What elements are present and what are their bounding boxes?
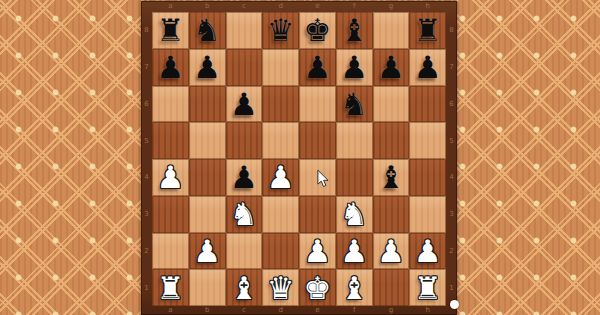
piece-white-bishop[interactable]: ♝ <box>340 270 368 306</box>
rank-label-8: 8 <box>446 12 457 49</box>
rank-label-5: 5 <box>446 122 457 159</box>
square-b8[interactable]: ♞ <box>189 12 226 49</box>
piece-black-pawn[interactable]: ♟ <box>303 49 331 85</box>
square-e3[interactable] <box>299 196 336 233</box>
rank-label-3: 3 <box>141 196 152 233</box>
square-e7[interactable]: ♟ <box>299 49 336 86</box>
piece-white-pawn[interactable]: ♟ <box>340 233 368 269</box>
square-g1[interactable] <box>373 269 410 306</box>
square-d6[interactable] <box>262 86 299 123</box>
file-label-c: c <box>226 305 263 315</box>
square-d4[interactable]: ♟ <box>262 159 299 196</box>
square-b3[interactable] <box>189 196 226 233</box>
rank-label-2: 2 <box>446 233 457 270</box>
rank-label-6: 6 <box>141 86 152 123</box>
square-d1[interactable]: ♛ <box>262 269 299 306</box>
piece-white-pawn[interactable]: ♟ <box>193 233 221 269</box>
square-a4[interactable]: ♟ <box>152 159 189 196</box>
rank-labels-right: 87654321 <box>446 12 457 306</box>
piece-white-rook[interactable]: ♜ <box>156 270 184 306</box>
square-e1[interactable]: ♚ <box>299 269 336 306</box>
piece-white-king[interactable]: ♚ <box>303 270 331 306</box>
square-e8[interactable]: ♚ <box>299 12 336 49</box>
piece-black-pawn[interactable]: ♟ <box>340 49 368 85</box>
file-label-f: f <box>336 1 373 11</box>
piece-white-pawn[interactable]: ♟ <box>303 233 331 269</box>
rank-label-6: 6 <box>446 86 457 123</box>
white-to-move-indicator <box>450 300 459 309</box>
piece-black-king[interactable]: ♚ <box>303 12 331 48</box>
piece-black-queen[interactable]: ♛ <box>267 12 295 48</box>
piece-white-pawn[interactable]: ♟ <box>377 233 405 269</box>
square-a8[interactable]: ♜ <box>152 12 189 49</box>
square-g2[interactable]: ♟ <box>373 233 410 270</box>
file-label-e: e <box>299 305 336 315</box>
square-g7[interactable]: ♟ <box>373 49 410 86</box>
square-h3[interactable] <box>409 196 446 233</box>
square-c1[interactable]: ♝ <box>226 269 263 306</box>
file-label-e: e <box>299 1 336 11</box>
piece-white-knight[interactable]: ♞ <box>340 196 368 232</box>
file-labels-top: abcdefgh <box>152 1 446 11</box>
piece-black-knight[interactable]: ♞ <box>340 86 368 122</box>
piece-black-pawn[interactable]: ♟ <box>230 159 258 195</box>
square-d3[interactable] <box>262 196 299 233</box>
file-label-d: d <box>262 1 299 11</box>
file-label-g: g <box>373 305 410 315</box>
file-labels-bottom: abcdefgh <box>152 305 446 315</box>
piece-white-pawn[interactable]: ♟ <box>414 233 442 269</box>
file-label-b: b <box>189 1 226 11</box>
square-c6[interactable]: ♟ <box>226 86 263 123</box>
square-h5[interactable] <box>409 122 446 159</box>
square-h8[interactable]: ♜ <box>409 12 446 49</box>
file-label-c: c <box>226 1 263 11</box>
rank-label-7: 7 <box>141 49 152 86</box>
piece-black-pawn[interactable]: ♟ <box>414 49 442 85</box>
square-a1[interactable]: ♜ <box>152 269 189 306</box>
square-h6[interactable] <box>409 86 446 123</box>
file-label-g: g <box>373 1 410 11</box>
square-a7[interactable]: ♟ <box>152 49 189 86</box>
square-c3[interactable]: ♞ <box>226 196 263 233</box>
square-g8[interactable] <box>373 12 410 49</box>
square-d7[interactable] <box>262 49 299 86</box>
file-label-d: d <box>262 305 299 315</box>
square-a2[interactable] <box>152 233 189 270</box>
square-h2[interactable]: ♟ <box>409 233 446 270</box>
piece-black-bishop[interactable]: ♝ <box>340 12 368 48</box>
square-g6[interactable] <box>373 86 410 123</box>
square-b7[interactable]: ♟ <box>189 49 226 86</box>
square-g5[interactable] <box>373 122 410 159</box>
square-f5[interactable] <box>336 122 373 159</box>
square-e6[interactable] <box>299 86 336 123</box>
square-f3[interactable]: ♞ <box>336 196 373 233</box>
piece-black-pawn[interactable]: ♟ <box>377 49 405 85</box>
file-label-f: f <box>336 305 373 315</box>
square-a3[interactable] <box>152 196 189 233</box>
square-h1[interactable]: ♜ <box>409 269 446 306</box>
piece-white-queen[interactable]: ♛ <box>267 270 295 306</box>
rank-label-3: 3 <box>446 196 457 233</box>
square-f4[interactable] <box>336 159 373 196</box>
file-label-a: a <box>152 1 189 11</box>
square-c7[interactable] <box>226 49 263 86</box>
piece-black-knight[interactable]: ♞ <box>193 12 221 48</box>
square-b6[interactable] <box>189 86 226 123</box>
piece-black-rook[interactable]: ♜ <box>414 12 442 48</box>
piece-white-rook[interactable]: ♜ <box>414 270 442 306</box>
square-c5[interactable] <box>226 122 263 159</box>
piece-white-knight[interactable]: ♞ <box>230 196 258 232</box>
square-f2[interactable]: ♟ <box>336 233 373 270</box>
rank-labels-left: 87654321 <box>141 12 152 306</box>
square-f6[interactable]: ♞ <box>336 86 373 123</box>
piece-black-bishop[interactable]: ♝ <box>377 159 405 195</box>
rank-label-4: 4 <box>446 159 457 196</box>
square-e2[interactable]: ♟ <box>299 233 336 270</box>
square-f8[interactable]: ♝ <box>336 12 373 49</box>
rank-label-4: 4 <box>141 159 152 196</box>
piece-white-pawn[interactable]: ♟ <box>267 159 295 195</box>
piece-black-pawn[interactable]: ♟ <box>230 86 258 122</box>
rank-label-5: 5 <box>141 122 152 159</box>
square-b4[interactable] <box>189 159 226 196</box>
rank-label-2: 2 <box>141 233 152 270</box>
square-h7[interactable]: ♟ <box>409 49 446 86</box>
piece-black-pawn[interactable]: ♟ <box>156 49 184 85</box>
file-label-h: h <box>409 305 446 315</box>
square-a5[interactable] <box>152 122 189 159</box>
piece-black-pawn[interactable]: ♟ <box>193 49 221 85</box>
square-d8[interactable]: ♛ <box>262 12 299 49</box>
square-d5[interactable] <box>262 122 299 159</box>
square-h4[interactable] <box>409 159 446 196</box>
square-g3[interactable] <box>373 196 410 233</box>
square-c8[interactable] <box>226 12 263 49</box>
square-d2[interactable] <box>262 233 299 270</box>
piece-black-rook[interactable]: ♜ <box>156 12 184 48</box>
rank-label-8: 8 <box>141 12 152 49</box>
file-label-a: a <box>152 305 189 315</box>
rank-label-7: 7 <box>446 49 457 86</box>
desktop-background: { "game": "chess", "position": { "fen": … <box>0 0 600 315</box>
square-c4[interactable]: ♟ <box>226 159 263 196</box>
rank-label-1: 1 <box>141 269 152 306</box>
board-grid: ♜♞♛♚♝♜♟♟♟♟♟♟♟♞♟♟♟♝♞♞♟♟♟♟♟♜♝♛♚♝♜ <box>152 12 446 306</box>
square-f1[interactable]: ♝ <box>336 269 373 306</box>
square-c2[interactable] <box>226 233 263 270</box>
square-g4[interactable]: ♝ <box>373 159 410 196</box>
square-e5[interactable] <box>299 122 336 159</box>
chess-board: abcdefgh abcdefgh 87654321 87654321 ♜♞♛♚… <box>141 1 457 315</box>
square-b2[interactable]: ♟ <box>189 233 226 270</box>
file-label-b: b <box>189 305 226 315</box>
square-b1[interactable] <box>189 269 226 306</box>
square-f7[interactable]: ♟ <box>336 49 373 86</box>
square-a6[interactable] <box>152 86 189 123</box>
piece-white-pawn[interactable]: ♟ <box>156 159 184 195</box>
piece-white-bishop[interactable]: ♝ <box>230 270 258 306</box>
file-label-h: h <box>409 1 446 11</box>
square-b5[interactable] <box>189 122 226 159</box>
mouse-cursor-icon <box>317 170 329 189</box>
